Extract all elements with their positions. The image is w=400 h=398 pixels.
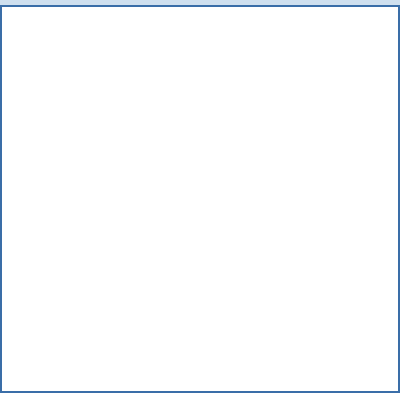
sudoku-board: [0, 5, 400, 393]
bottom-toolbar-sliver: [0, 393, 400, 398]
sudoku-page: [0, 0, 400, 398]
